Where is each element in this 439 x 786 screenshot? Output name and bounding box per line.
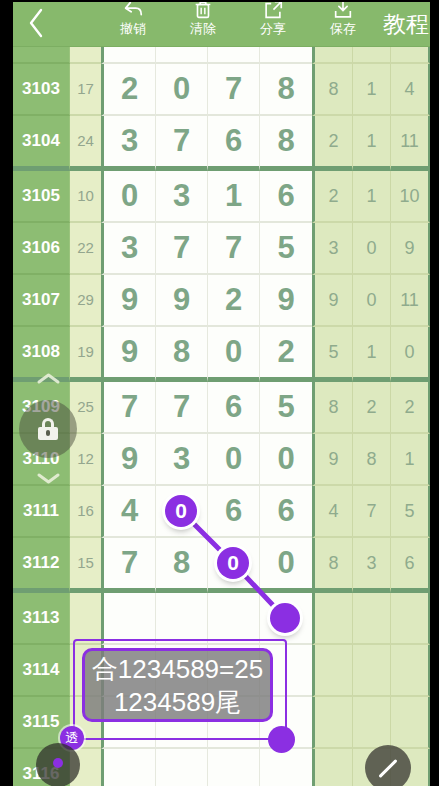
note-line1: 合1234589=25 (85, 653, 270, 686)
sum-cell[interactable]: 19 (70, 327, 101, 382)
extra-cell[interactable]: 8 (312, 64, 353, 116)
digit-cell[interactable]: 0 (208, 434, 260, 486)
digit-cell[interactable]: 7 (156, 116, 208, 171)
tutorial-button[interactable]: 教程 (373, 2, 430, 47)
issue-cell: 3105 (13, 171, 70, 223)
extra-cell[interactable]: 11 (391, 116, 430, 171)
extra-cell[interactable] (391, 645, 430, 697)
extra-cell[interactable]: 1 (353, 327, 391, 382)
extra-cell[interactable] (312, 645, 353, 697)
extra-cell[interactable] (353, 697, 391, 749)
extra-cell[interactable] (312, 47, 353, 64)
resize-handle[interactable] (268, 726, 295, 753)
extra-cell[interactable]: 4 (391, 64, 430, 116)
digit-cell[interactable] (156, 749, 208, 786)
extra-cell[interactable]: 2 (312, 116, 353, 171)
issue-cell: 3106 (13, 223, 70, 275)
sum-cell[interactable]: 12 (70, 434, 101, 486)
extra-cell[interactable]: 9 (312, 434, 353, 486)
table-row: 3103172078814 (13, 64, 430, 116)
extra-cell[interactable]: 4 (312, 486, 353, 538)
share-button[interactable]: 分享 (238, 2, 308, 47)
extra-cell[interactable]: 2 (391, 382, 430, 434)
issue-cell: 3112 (13, 538, 70, 593)
color-tool-button[interactable] (36, 743, 80, 786)
digit-cell[interactable]: 7 (208, 223, 260, 275)
digit-cell[interactable]: 7 (156, 382, 208, 434)
extra-cell[interactable] (353, 645, 391, 697)
extra-cell[interactable]: 8 (312, 538, 353, 593)
digit-cell[interactable]: 7 (156, 223, 208, 275)
extra-cell[interactable] (312, 749, 353, 786)
digit-cell[interactable]: 9 (260, 275, 312, 327)
lock-icon (37, 418, 59, 440)
digit-cell[interactable] (208, 47, 260, 64)
digit-cell[interactable] (208, 593, 260, 645)
extra-cell[interactable]: 0 (353, 275, 391, 327)
extra-cell[interactable]: 1 (353, 171, 391, 223)
extra-cell[interactable]: 2 (312, 171, 353, 223)
digit-cell[interactable]: 8 (260, 64, 312, 116)
digit-cell[interactable]: 7 (101, 538, 156, 593)
digit-cell[interactable]: 3 (156, 171, 208, 223)
digit-cell[interactable]: 0 (260, 538, 312, 593)
table-row: 3108199802510 (13, 327, 430, 382)
sum-cell[interactable]: 22 (70, 223, 101, 275)
digit-cell[interactable]: 6 (260, 171, 312, 223)
digit-cell[interactable]: 8 (260, 116, 312, 171)
transparency-label: 透 (66, 730, 79, 745)
color-dot-icon (53, 758, 63, 768)
save-button[interactable]: 保存 (308, 2, 378, 47)
sum-cell[interactable] (70, 47, 101, 64)
digit-cell[interactable]: 9 (101, 434, 156, 486)
extra-cell[interactable]: 1 (353, 64, 391, 116)
digit-cell[interactable] (101, 749, 156, 786)
sum-cell[interactable]: 17 (70, 64, 101, 116)
digit-cell[interactable]: 9 (101, 327, 156, 382)
table-row: 31072999299011 (13, 275, 430, 327)
digit-cell[interactable]: 7 (208, 64, 260, 116)
extra-cell[interactable]: 0 (353, 223, 391, 275)
extra-cell[interactable]: 6 (391, 538, 430, 593)
circled-value: 0 (175, 499, 187, 522)
extra-cell[interactable] (391, 697, 430, 749)
issue-cell: 3113 (13, 593, 70, 645)
table-row: 31051003162110 (13, 171, 430, 223)
sum-cell[interactable]: 10 (70, 171, 101, 223)
digit-cell[interactable]: 3 (101, 116, 156, 171)
draw-dot-marker[interactable] (270, 603, 300, 633)
draw-circle-marker[interactable]: 0 (165, 495, 197, 527)
issue-cell: 3103 (13, 64, 70, 116)
extra-cell[interactable] (353, 47, 391, 64)
table-row: 3113 (13, 593, 430, 645)
left-letterbox (0, 0, 13, 786)
app-screen: 撤销 清除 分享 保存 教程 (0, 0, 439, 786)
digit-cell[interactable] (101, 593, 156, 645)
digit-cell[interactable]: 2 (260, 327, 312, 382)
digit-cell[interactable]: 0 (260, 434, 312, 486)
extra-cell[interactable]: 5 (391, 486, 430, 538)
table-row: 31042437682111 (13, 116, 430, 171)
table-row (13, 47, 430, 64)
digit-cell[interactable]: 3 (101, 223, 156, 275)
extra-cell[interactable]: 8 (353, 434, 391, 486)
extra-cell[interactable]: 8 (312, 382, 353, 434)
digit-cell[interactable]: 8 (156, 538, 208, 593)
sum-cell[interactable]: 16 (70, 486, 101, 538)
circled-value: 0 (227, 551, 239, 574)
digit-cell[interactable]: 2 (208, 275, 260, 327)
digit-cell[interactable]: 3 (156, 434, 208, 486)
right-letterbox (430, 0, 439, 786)
extra-cell[interactable]: 3 (312, 223, 353, 275)
save-label: 保存 (330, 22, 356, 36)
digit-cell[interactable]: 4 (101, 486, 156, 538)
digit-cell[interactable]: 8 (156, 327, 208, 382)
table-row: 3106223775309 (13, 223, 430, 275)
scroll-lock-button[interactable] (19, 400, 77, 458)
extra-cell[interactable]: 0 (391, 327, 430, 382)
chevron-up-icon[interactable] (36, 372, 61, 385)
note-line2: 1234589尾 (85, 686, 270, 719)
trash-icon (192, 2, 214, 21)
digit-cell[interactable] (260, 749, 312, 786)
digit-cell[interactable]: 1 (208, 171, 260, 223)
draw-circle-marker[interactable]: 0 (217, 547, 249, 579)
tutorial-label: 教程 (383, 2, 429, 47)
table-row: 3111164066475 (13, 486, 430, 538)
extra-cell[interactable]: 1 (391, 434, 430, 486)
digit-cell[interactable]: 7 (101, 382, 156, 434)
digit-cell[interactable] (208, 749, 260, 786)
digit-cell[interactable]: 2 (101, 64, 156, 116)
clear-label: 清除 (190, 22, 216, 36)
issue-cell: 3107 (13, 275, 70, 327)
extra-cell[interactable] (312, 697, 353, 749)
issue-cell: 3104 (13, 116, 70, 171)
sum-cell[interactable]: 15 (70, 538, 101, 593)
sum-cell[interactable]: 24 (70, 116, 101, 171)
digit-cell[interactable]: 6 (208, 116, 260, 171)
issue-cell (13, 47, 70, 64)
extra-cell[interactable] (312, 593, 353, 645)
extra-cell[interactable]: 11 (391, 275, 430, 327)
top-letterbox (0, 0, 439, 2)
chevron-down-icon[interactable] (36, 472, 61, 485)
clear-button[interactable]: 清除 (168, 2, 238, 47)
pen-tool-button[interactable] (365, 745, 411, 786)
share-icon (262, 2, 284, 21)
digit-cell[interactable]: 0 (101, 171, 156, 223)
digit-cell[interactable]: 5 (260, 223, 312, 275)
digit-cell[interactable] (156, 47, 208, 64)
extra-cell[interactable]: 9 (391, 223, 430, 275)
sum-cell[interactable] (70, 593, 101, 645)
header-bar: 撤销 清除 分享 保存 教程 (13, 2, 430, 47)
digit-cell[interactable]: 0 (208, 327, 260, 382)
digit-cell[interactable]: 6 (208, 486, 260, 538)
digit-cell[interactable]: 5 (260, 382, 312, 434)
digit-cell[interactable]: 9 (101, 275, 156, 327)
undo-button[interactable]: 撤销 (98, 2, 168, 47)
back-icon (25, 3, 49, 43)
extra-cell[interactable]: 9 (312, 275, 353, 327)
extra-cell[interactable]: 5 (312, 327, 353, 382)
table-row: 3110129300981 (13, 434, 430, 486)
digit-cell[interactable]: 0 (156, 64, 208, 116)
extra-cell[interactable]: 3 (353, 538, 391, 593)
extra-cell[interactable]: 10 (391, 171, 430, 223)
extra-cell[interactable] (353, 593, 391, 645)
digit-cell[interactable]: 9 (156, 275, 208, 327)
save-icon (332, 2, 354, 21)
extra-cell[interactable]: 1 (353, 116, 391, 171)
back-button[interactable] (17, 2, 57, 47)
issue-cell: 3114 (13, 645, 70, 697)
issue-cell: 3111 (13, 486, 70, 538)
note-box[interactable]: 合1234589=25 1234589尾 (82, 648, 273, 722)
undo-label: 撤销 (120, 22, 146, 36)
pen-icon (378, 758, 397, 777)
sum-cell[interactable]: 29 (70, 275, 101, 327)
extra-cell[interactable] (391, 47, 430, 64)
share-label: 分享 (260, 22, 286, 36)
digit-cell[interactable] (101, 47, 156, 64)
undo-icon (122, 2, 144, 21)
digit-cell[interactable]: 6 (260, 486, 312, 538)
extra-cell[interactable] (391, 593, 430, 645)
digit-cell[interactable] (260, 47, 312, 64)
extra-cell[interactable]: 2 (353, 382, 391, 434)
extra-cell[interactable]: 7 (353, 486, 391, 538)
digit-cell[interactable] (156, 593, 208, 645)
digit-cell[interactable]: 6 (208, 382, 260, 434)
